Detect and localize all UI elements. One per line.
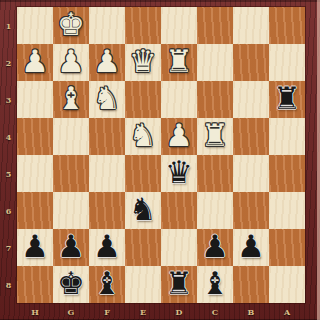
rank-label-5: 5 — [0, 155, 17, 192]
square-e2[interactable]: ♛ — [125, 44, 161, 81]
square-c3[interactable] — [197, 81, 233, 118]
square-h5[interactable] — [17, 155, 53, 192]
square-c6[interactable] — [197, 192, 233, 229]
square-c2[interactable] — [197, 44, 233, 81]
rank-label-7: 7 — [0, 229, 17, 266]
square-a7[interactable] — [269, 229, 305, 266]
square-g2[interactable]: ♟ — [53, 44, 89, 81]
square-b8[interactable] — [233, 266, 269, 303]
piece-black-pawn: ♟ — [93, 231, 121, 262]
square-a1[interactable] — [269, 7, 305, 44]
piece-black-pawn: ♟ — [237, 231, 265, 262]
square-h2[interactable]: ♟ — [17, 44, 53, 81]
square-g7[interactable]: ♟ — [53, 229, 89, 266]
file-label-d: D — [161, 303, 197, 320]
piece-white-king: ♚ — [57, 9, 85, 40]
piece-white-knight: ♞ — [129, 120, 157, 151]
square-e6[interactable]: ♞ — [125, 192, 161, 229]
rank-label-8: 8 — [0, 266, 17, 303]
square-a3[interactable]: ♜ — [269, 81, 305, 118]
square-e1[interactable] — [125, 7, 161, 44]
piece-black-pawn: ♟ — [21, 231, 49, 262]
square-g8[interactable]: ♚ — [53, 266, 89, 303]
file-label-h: H — [17, 303, 53, 320]
rank-label-1: 1 — [0, 7, 17, 44]
square-f5[interactable] — [89, 155, 125, 192]
piece-black-bishop: ♝ — [93, 268, 121, 299]
piece-white-queen: ♛ — [129, 46, 157, 77]
piece-white-rook: ♜ — [201, 120, 229, 151]
square-c5[interactable] — [197, 155, 233, 192]
square-a4[interactable] — [269, 118, 305, 155]
piece-white-pawn: ♟ — [165, 120, 193, 151]
square-f2[interactable]: ♟ — [89, 44, 125, 81]
piece-black-pawn: ♟ — [57, 231, 85, 262]
square-c7[interactable]: ♟ — [197, 229, 233, 266]
square-b3[interactable] — [233, 81, 269, 118]
square-d1[interactable] — [161, 7, 197, 44]
square-a5[interactable] — [269, 155, 305, 192]
square-f1[interactable] — [89, 7, 125, 44]
square-d3[interactable] — [161, 81, 197, 118]
piece-black-knight: ♞ — [129, 194, 157, 225]
rank-label-2: 2 — [0, 44, 17, 81]
square-f3[interactable]: ♞ — [89, 81, 125, 118]
square-f6[interactable] — [89, 192, 125, 229]
piece-white-pawn: ♟ — [57, 46, 85, 77]
piece-black-pawn: ♟ — [201, 231, 229, 262]
square-h7[interactable]: ♟ — [17, 229, 53, 266]
square-h3[interactable] — [17, 81, 53, 118]
square-h6[interactable] — [17, 192, 53, 229]
square-a6[interactable] — [269, 192, 305, 229]
piece-black-bishop: ♝ — [201, 268, 229, 299]
square-e4[interactable]: ♞ — [125, 118, 161, 155]
square-h1[interactable] — [17, 7, 53, 44]
square-g3[interactable]: ♝ — [53, 81, 89, 118]
square-c1[interactable] — [197, 7, 233, 44]
square-g4[interactable] — [53, 118, 89, 155]
rank-labels: 12345678 — [0, 7, 17, 303]
square-b4[interactable] — [233, 118, 269, 155]
piece-black-king: ♚ — [57, 268, 85, 299]
board-grid: ♚♟♟♟♛♜♝♞♜♞♟♜♛♞♟♟♟♟♟♚♝♜♝ — [17, 7, 305, 303]
square-b7[interactable]: ♟ — [233, 229, 269, 266]
piece-white-rook: ♜ — [165, 46, 193, 77]
square-f8[interactable]: ♝ — [89, 266, 125, 303]
square-d7[interactable] — [161, 229, 197, 266]
square-g1[interactable]: ♚ — [53, 7, 89, 44]
rank-label-6: 6 — [0, 192, 17, 229]
square-d8[interactable]: ♜ — [161, 266, 197, 303]
square-h4[interactable] — [17, 118, 53, 155]
piece-white-pawn: ♟ — [93, 46, 121, 77]
file-label-g: G — [53, 303, 89, 320]
piece-white-knight: ♞ — [93, 83, 121, 114]
file-label-e: E — [125, 303, 161, 320]
square-d5[interactable]: ♛ — [161, 155, 197, 192]
square-d2[interactable]: ♜ — [161, 44, 197, 81]
file-label-f: F — [89, 303, 125, 320]
piece-black-queen: ♛ — [165, 157, 193, 188]
square-d4[interactable]: ♟ — [161, 118, 197, 155]
piece-black-rook: ♜ — [273, 83, 301, 114]
square-e3[interactable] — [125, 81, 161, 118]
square-e8[interactable] — [125, 266, 161, 303]
file-label-c: C — [197, 303, 233, 320]
square-d6[interactable] — [161, 192, 197, 229]
file-label-b: B — [233, 303, 269, 320]
square-e7[interactable] — [125, 229, 161, 266]
square-b5[interactable] — [233, 155, 269, 192]
file-label-a: A — [269, 303, 305, 320]
square-g6[interactable] — [53, 192, 89, 229]
piece-white-pawn: ♟ — [21, 46, 49, 77]
piece-white-bishop: ♝ — [57, 83, 85, 114]
square-a8[interactable] — [269, 266, 305, 303]
square-b2[interactable] — [233, 44, 269, 81]
square-f4[interactable] — [89, 118, 125, 155]
file-labels: HGFEDCBA — [17, 303, 305, 320]
square-f7[interactable]: ♟ — [89, 229, 125, 266]
square-c8[interactable]: ♝ — [197, 266, 233, 303]
square-b6[interactable] — [233, 192, 269, 229]
chess-board-frame: 12345678 ♚♟♟♟♛♜♝♞♜♞♟♜♛♞♟♟♟♟♟♚♝♜♝ HGFEDCB… — [0, 0, 320, 320]
square-e5[interactable] — [125, 155, 161, 192]
rank-label-4: 4 — [0, 118, 17, 155]
square-g5[interactable] — [53, 155, 89, 192]
square-a2[interactable] — [269, 44, 305, 81]
square-h8[interactable] — [17, 266, 53, 303]
rank-label-3: 3 — [0, 81, 17, 118]
square-b1[interactable] — [233, 7, 269, 44]
piece-black-rook: ♜ — [165, 268, 193, 299]
square-c4[interactable]: ♜ — [197, 118, 233, 155]
